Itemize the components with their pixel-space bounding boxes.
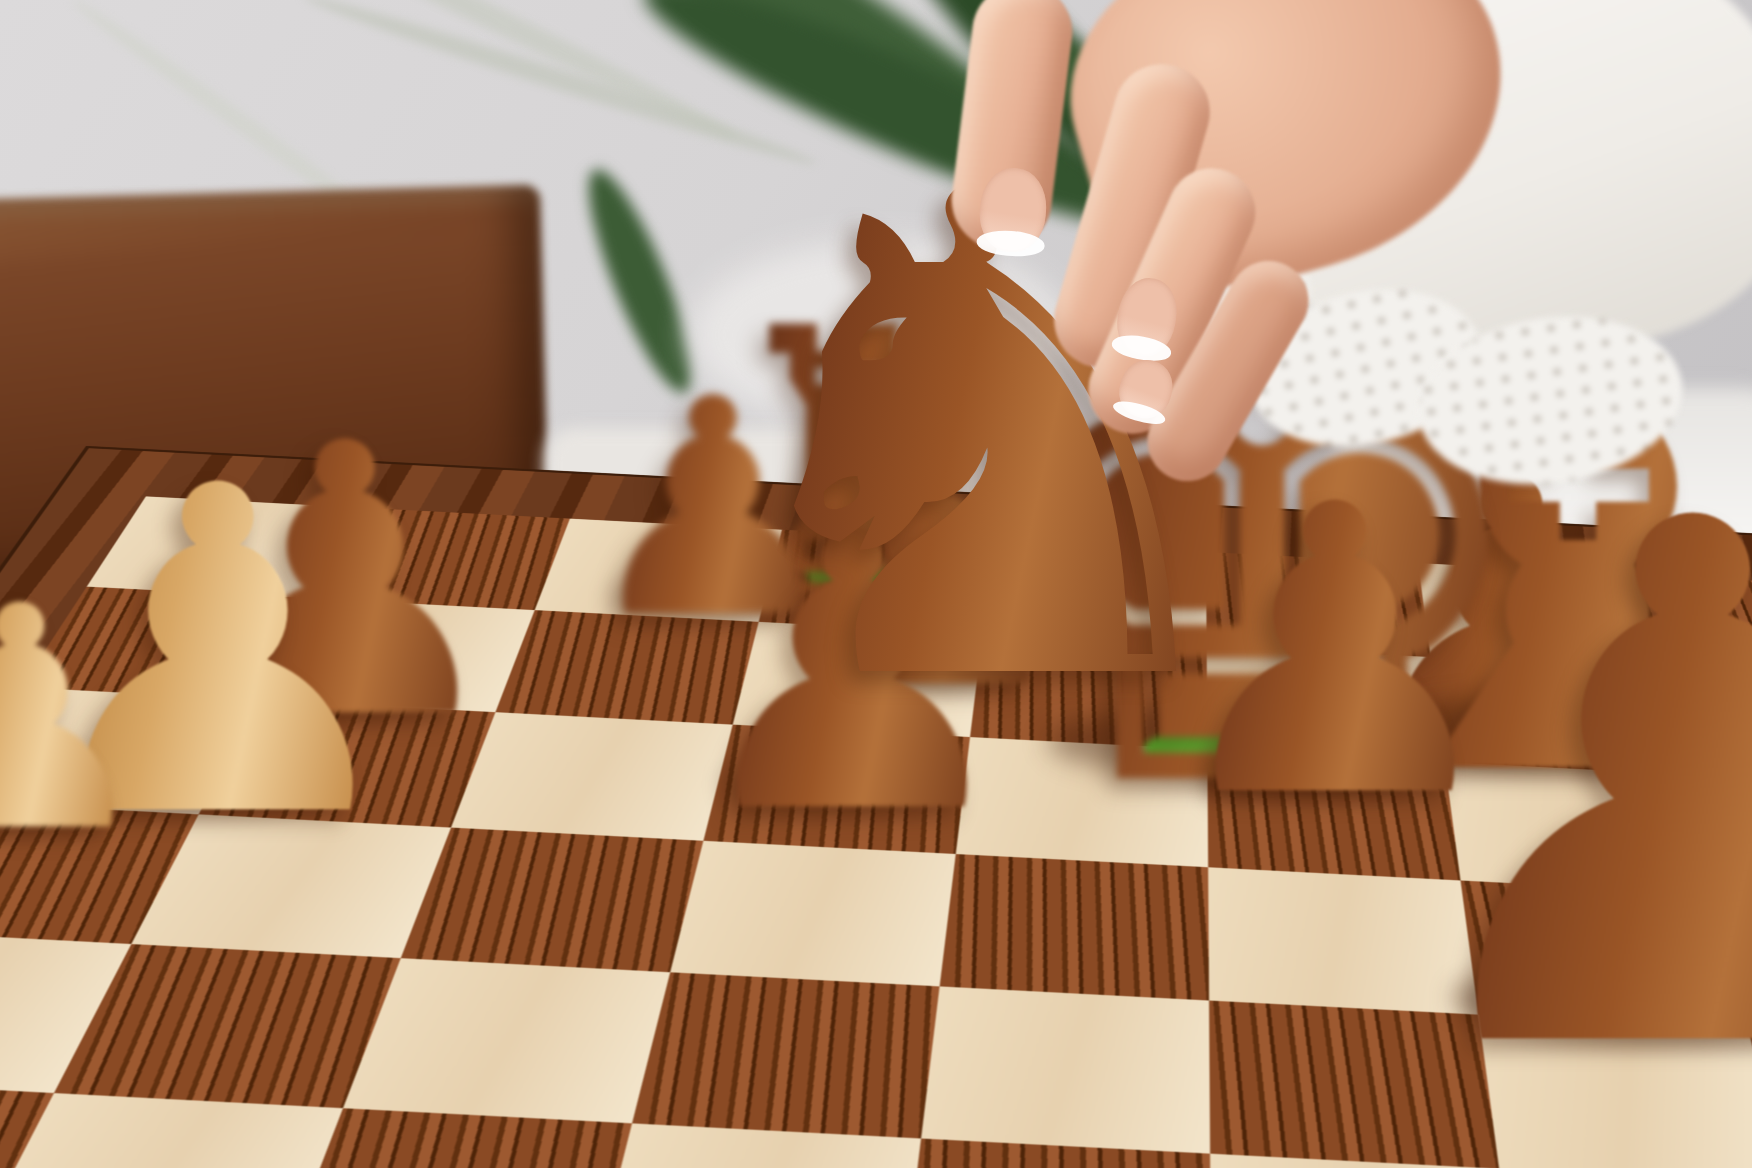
piece-shadow (825, 647, 1008, 684)
felt-base (276, 681, 414, 709)
light-pawn-glyph: ♟ (0, 566, 174, 874)
felt-base (873, 656, 991, 680)
dark-pawn-glyph: ♟ (158, 395, 533, 770)
piece-shadow (1203, 746, 1428, 791)
piece-shadow (1047, 705, 1413, 778)
felt-base (0, 801, 76, 824)
piece-shadow (1453, 957, 1752, 1039)
felt-base (136, 772, 301, 805)
felt-base (1463, 715, 1694, 761)
felt-base (1262, 757, 1408, 786)
felt-base (1442, 721, 1582, 749)
dark-pawn-glyph: ♟ (661, 482, 1044, 865)
light-pawn-glyph: ♟ (0, 428, 443, 878)
felt-base (1561, 979, 1752, 1032)
felt-base (658, 589, 768, 611)
dark-rook-glyph: ♜ (689, 281, 1057, 649)
piece-shadow (1368, 696, 1725, 767)
piece-shadow (613, 580, 783, 614)
dark-pawn-glyph: ♟ (563, 360, 863, 660)
piece-shadow (220, 670, 433, 713)
piece-shadow (0, 792, 92, 827)
felt-base (1144, 724, 1381, 771)
piece-shadow (1385, 710, 1602, 753)
dark-pawn-glyph: ♟ (1136, 454, 1534, 852)
felt-base (806, 562, 941, 589)
felt-base (782, 774, 922, 802)
piece-shadow (751, 551, 959, 593)
felt-base (863, 616, 1108, 665)
piece-shadow (68, 758, 323, 809)
dark-pawn-glyph: ♟ (1321, 429, 1704, 812)
scene: ♟♟♟♟♜♟♟♚♟♝♟♟♞ (0, 0, 1752, 1168)
piece-shadow (725, 763, 942, 806)
dark-pawn-glyph: ♟ (771, 410, 1094, 733)
dark-pawn-glyph: ♟ (1333, 429, 1752, 1149)
